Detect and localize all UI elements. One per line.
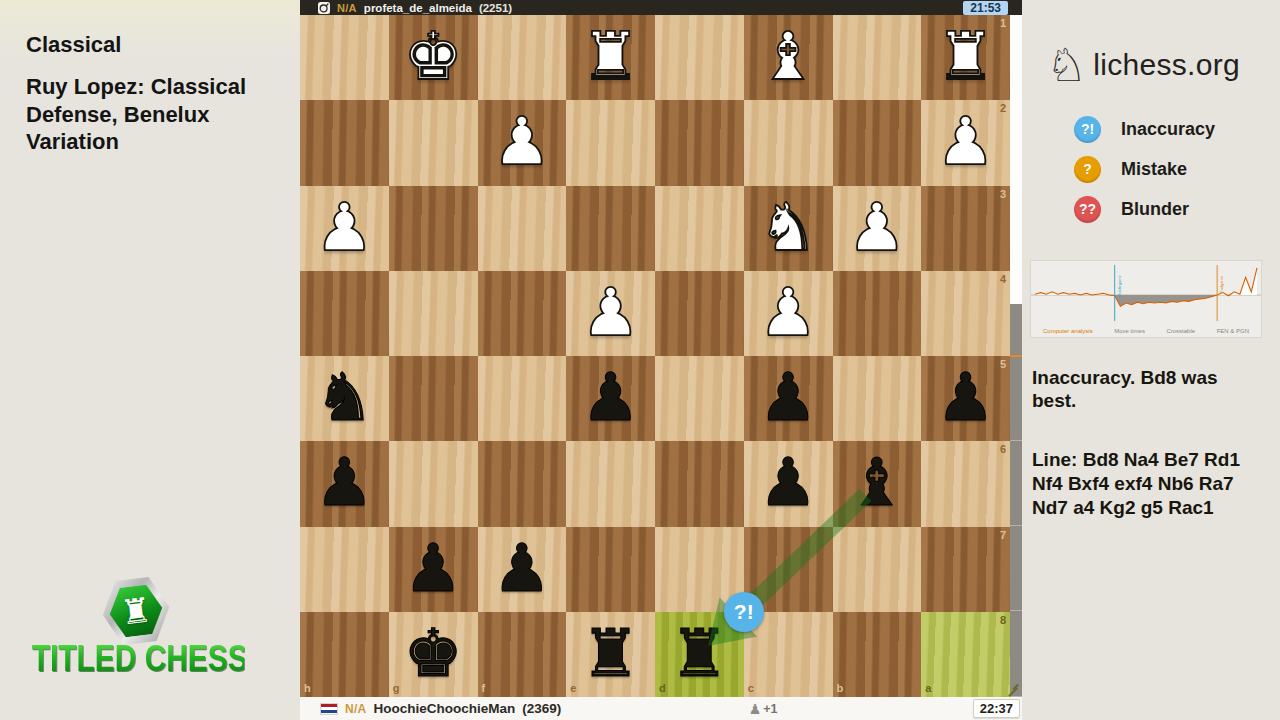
board-wrap: ♚♜♝1♜♟2♟♟♞♟3♟♟4♞♟♟5♟♟♟♝6♟♟7hg♚fe♜d♜cb8a …	[300, 15, 1022, 697]
player-name-bottom[interactable]: HoochieChoochieMan	[374, 701, 516, 716]
square-g6[interactable]	[389, 441, 478, 526]
inaccuracy-badge-icon: ?!	[724, 592, 764, 632]
piece-bK-g8[interactable]: ♚	[389, 612, 478, 697]
square-a8[interactable]: 8a	[921, 612, 1010, 697]
square-g7[interactable]: ♟	[389, 527, 478, 612]
piece-bP-f7[interactable]: ♟	[478, 527, 567, 612]
mistake-symbol-icon: ?	[1074, 156, 1101, 183]
titled-chess-wordmark: TITLED CHESS	[32, 638, 244, 680]
player-rating-top: (2251)	[479, 2, 512, 14]
square-d5[interactable]	[655, 356, 744, 441]
square-c4[interactable]: ♟	[744, 271, 833, 356]
square-f8[interactable]: f	[478, 612, 567, 697]
square-b8[interactable]: b	[833, 612, 922, 697]
square-h8[interactable]: h	[300, 612, 389, 697]
coord-file-c: c	[748, 683, 754, 694]
square-d2[interactable]	[655, 100, 744, 185]
piece-wR-a1[interactable]: ♜	[921, 15, 1010, 100]
piece-bB-b6[interactable]: ♝	[833, 441, 922, 526]
annotation-glyph: ?!	[734, 600, 754, 623]
coord-file-h: h	[304, 683, 311, 694]
player-bar-top: N/A profeta_de_almeida (2251) 21:53	[300, 0, 1022, 15]
netherlands-flag-icon	[320, 703, 338, 715]
coord-rank-7: 7	[1000, 530, 1006, 541]
square-g1[interactable]: ♚	[389, 15, 478, 100]
coord-rank-8: 8	[1000, 615, 1006, 626]
piece-bP-c5[interactable]: ♟	[744, 356, 833, 441]
square-e4[interactable]: ♟	[566, 271, 655, 356]
coord-rank-6: 6	[1000, 444, 1006, 455]
square-a6[interactable]: 6	[921, 441, 1010, 526]
player-rating-bottom: (2369)	[522, 701, 561, 716]
piece-bN-h5[interactable]: ♞	[300, 356, 389, 441]
square-a1[interactable]: 1♜	[921, 15, 1010, 100]
tab-fen-pgn[interactable]: FEN & PGN	[1217, 328, 1249, 334]
piece-wP-f2[interactable]: ♟	[478, 100, 567, 185]
square-b3[interactable]: ♟	[833, 186, 922, 271]
square-a5[interactable]: 5♟	[921, 356, 1010, 441]
legend-label: Blunder	[1121, 199, 1189, 220]
material-advantage: ♟ +1	[749, 702, 778, 716]
piece-bP-g7[interactable]: ♟	[389, 527, 478, 612]
square-d6[interactable]	[655, 441, 744, 526]
coord-rank-4: 4	[1000, 274, 1006, 285]
square-e8[interactable]: e♜	[566, 612, 655, 697]
coord-rank-3: 3	[1000, 189, 1006, 200]
piece-wP-h3[interactable]: ♟	[300, 186, 389, 271]
piece-wP-a2[interactable]: ♟	[921, 100, 1010, 185]
square-f4[interactable]	[478, 271, 567, 356]
square-a4[interactable]: 4	[921, 271, 1010, 356]
square-h3[interactable]: ♟	[300, 186, 389, 271]
piece-wB-c1[interactable]: ♝	[744, 15, 833, 100]
player-name-top[interactable]: profeta_de_almeida	[364, 2, 472, 14]
opening-name: Ruy Lopez: Classical Defense, Benelux Va…	[26, 73, 278, 156]
middlegame-division-label: Middlegame	[1117, 275, 1122, 297]
square-a2[interactable]: 2♟	[921, 100, 1010, 185]
square-f2[interactable]: ♟	[478, 100, 567, 185]
square-c3[interactable]: ♞	[744, 186, 833, 271]
clock-top: 21:53	[963, 1, 1008, 15]
square-h2[interactable]	[300, 100, 389, 185]
tab-crosstable[interactable]: Crosstable	[1166, 328, 1195, 334]
piece-bP-e5[interactable]: ♟	[566, 356, 655, 441]
tab-move-times[interactable]: Move times	[1114, 328, 1145, 334]
annotation-legend: ?! Inaccuracy ? Mistake ?? Blunder	[1074, 116, 1215, 223]
square-g2[interactable]	[389, 100, 478, 185]
coord-file-f: f	[482, 683, 486, 694]
material-value: +1	[763, 702, 777, 716]
opening-category: Classical	[26, 32, 278, 58]
piece-wN-c3[interactable]: ♞	[744, 186, 833, 271]
board-resize-handle[interactable]	[1007, 683, 1019, 695]
player-title-bottom: N/A	[345, 702, 367, 716]
page: Classical Ruy Lopez: Classical Defense, …	[0, 0, 1280, 720]
square-a3[interactable]: 3	[921, 186, 1010, 271]
site-name: lichess.org	[1093, 48, 1240, 82]
rook-icon: ♜	[95, 577, 178, 646]
board-column: N/A profeta_de_almeida (2251) 21:53 ♚♜♝1…	[300, 0, 1022, 720]
legend-row-blunder: ?? Blunder	[1074, 196, 1215, 223]
square-h1[interactable]	[300, 15, 389, 100]
coord-file-b: b	[837, 683, 844, 694]
tab-computer-analysis[interactable]: Computer analysis	[1043, 328, 1093, 334]
chess-board[interactable]: ♚♜♝1♜♟2♟♟♞♟3♟♟4♞♟♟5♟♟♟♝6♟♟7hg♚fe♜d♜cb8a	[300, 15, 1010, 697]
engine-comment: Inaccuracy. Bd8 was best.	[1032, 366, 1262, 412]
legend-label: Inaccuracy	[1121, 119, 1215, 140]
square-b4[interactable]	[833, 271, 922, 356]
piece-wP-b3[interactable]: ♟	[833, 186, 922, 271]
square-f7[interactable]: ♟	[478, 527, 567, 612]
lichess-knight-icon: ♘	[1046, 40, 1087, 90]
pawn-material-icon: ♟	[749, 702, 762, 716]
engine-line: Line: Bd8 Na4 Be7 Rd1 Nf4 Bxf4 exf4 Nb6 …	[1032, 448, 1264, 520]
square-d1[interactable]	[655, 15, 744, 100]
square-f5[interactable]	[478, 356, 567, 441]
square-e1[interactable]: ♜	[566, 15, 655, 100]
square-g4[interactable]	[389, 271, 478, 356]
analysis-tabs: Computer analysis Move times Crosstable …	[1031, 328, 1261, 334]
player-title-top: N/A	[337, 2, 357, 14]
square-e7[interactable]	[566, 527, 655, 612]
square-b1[interactable]	[833, 15, 922, 100]
eval-bar-midpoint-marker	[1010, 355, 1022, 357]
square-f6[interactable]	[478, 441, 567, 526]
advantage-graph[interactable]: Middlegame Endgame Computer analysis Mov…	[1030, 260, 1262, 338]
square-c6[interactable]: ♟	[744, 441, 833, 526]
square-h5[interactable]: ♞	[300, 356, 389, 441]
square-a7[interactable]: 7	[921, 527, 1010, 612]
square-e2[interactable]	[566, 100, 655, 185]
piece-bP-c6[interactable]: ♟	[744, 441, 833, 526]
piece-bP-a5[interactable]: ♟	[921, 356, 1010, 441]
eval-bar	[1010, 15, 1022, 697]
square-e6[interactable]	[566, 441, 655, 526]
left-panel: Classical Ruy Lopez: Classical Defense, …	[0, 0, 300, 720]
square-e5[interactable]: ♟	[566, 356, 655, 441]
piece-wP-e4[interactable]: ♟	[566, 271, 655, 356]
square-b6[interactable]: ♝	[833, 441, 922, 526]
square-f3[interactable]	[478, 186, 567, 271]
lichess-logo: ♘ lichess.org	[1046, 40, 1240, 90]
square-c2[interactable]	[744, 100, 833, 185]
square-h4[interactable]	[300, 271, 389, 356]
time-control-icon	[318, 2, 330, 14]
inaccuracy-symbol-icon: ?!	[1074, 116, 1101, 143]
piece-wP-c4[interactable]: ♟	[744, 271, 833, 356]
piece-wR-e1[interactable]: ♜	[566, 15, 655, 100]
clock-bottom: 22:37	[973, 699, 1020, 718]
legend-label: Mistake	[1121, 159, 1187, 180]
square-c5[interactable]: ♟	[744, 356, 833, 441]
square-b2[interactable]	[833, 100, 922, 185]
square-b5[interactable]	[833, 356, 922, 441]
right-panel: ♘ lichess.org ?! Inaccuracy ? Mistake ??…	[1022, 0, 1280, 720]
square-g3[interactable]	[389, 186, 478, 271]
piece-bR-e8[interactable]: ♜	[566, 612, 655, 697]
square-c1[interactable]: ♝	[744, 15, 833, 100]
square-h7[interactable]	[300, 527, 389, 612]
endgame-division-label: Endgame	[1219, 276, 1224, 293]
opening-block: Classical Ruy Lopez: Classical Defense, …	[26, 32, 278, 156]
legend-row-mistake: ? Mistake	[1074, 156, 1215, 183]
square-g8[interactable]: g♚	[389, 612, 478, 697]
piece-wK-g1[interactable]: ♚	[389, 15, 478, 100]
square-e3[interactable]	[566, 186, 655, 271]
square-d3[interactable]	[655, 186, 744, 271]
piece-bP-h6[interactable]: ♟	[300, 441, 389, 526]
square-b7[interactable]	[833, 527, 922, 612]
square-d4[interactable]	[655, 271, 744, 356]
blunder-symbol-icon: ??	[1074, 196, 1101, 223]
square-f1[interactable]	[478, 15, 567, 100]
square-g5[interactable]	[389, 356, 478, 441]
player-bar-bottom: N/A HoochieChoochieMan (2369) ♟ +1 22:37	[300, 697, 1022, 720]
square-h6[interactable]: ♟	[300, 441, 389, 526]
legend-row-inaccuracy: ?! Inaccuracy	[1074, 116, 1215, 143]
coord-file-a: a	[925, 683, 931, 694]
